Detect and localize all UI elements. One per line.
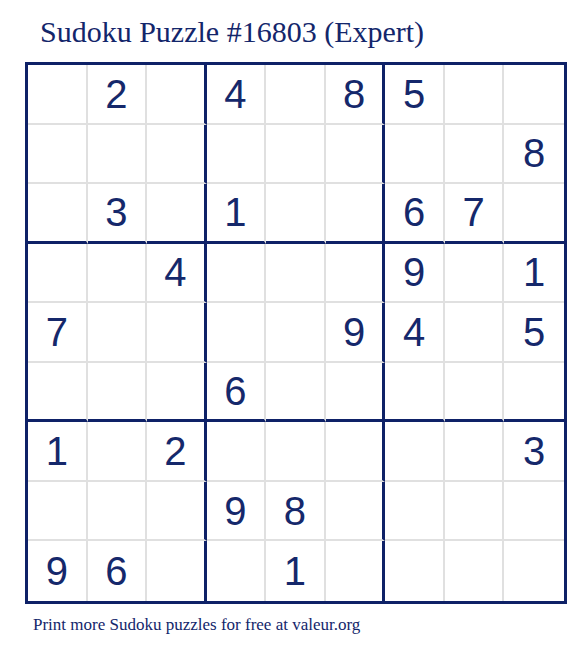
sudoku-cell [385,363,445,423]
sudoku-cell [445,482,505,542]
sudoku-cell [504,184,564,244]
sudoku-cell [28,125,88,185]
sudoku-cell [28,363,88,423]
sudoku-cell: 9 [207,482,267,542]
sudoku-cell [445,303,505,363]
sudoku-cell [28,244,88,304]
sudoku-cell: 9 [28,541,88,601]
sudoku-cell [147,125,207,185]
sudoku-cell [326,541,386,601]
sudoku-cell [385,125,445,185]
sudoku-cell [28,184,88,244]
sudoku-cell [266,244,326,304]
sudoku-cell [504,482,564,542]
sudoku-cell [266,65,326,125]
sudoku-cell [88,482,148,542]
sudoku-cell [445,244,505,304]
sudoku-cell [504,363,564,423]
sudoku-cell: 1 [266,541,326,601]
sudoku-cell [504,65,564,125]
sudoku-cell [88,125,148,185]
sudoku-cell: 1 [504,244,564,304]
footer-text: Print more Sudoku puzzles for free at va… [33,615,360,635]
sudoku-cell [326,244,386,304]
sudoku-cell [88,363,148,423]
sudoku-cell: 7 [28,303,88,363]
sudoku-cell [207,303,267,363]
sudoku-cell [147,303,207,363]
sudoku-cell [147,184,207,244]
sudoku-cell [28,65,88,125]
sudoku-board: 2 4 8 5 8 3 1 6 7 4 9 1 [25,62,567,604]
sudoku-cell: 9 [385,244,445,304]
sudoku-cell [445,125,505,185]
sudoku-cell [445,422,505,482]
sudoku-cell: 9 [326,303,386,363]
sudoku-cell [147,541,207,601]
sudoku-cell: 7 [445,184,505,244]
page-title: Sudoku Puzzle #16803 (Expert) [40,15,424,49]
sudoku-cell: 1 [28,422,88,482]
sudoku-cell [504,541,564,601]
sudoku-cell [147,363,207,423]
sudoku-cell: 8 [266,482,326,542]
sudoku-cell: 3 [504,422,564,482]
sudoku-cell [88,244,148,304]
sudoku-cell [385,482,445,542]
sudoku-cell [88,303,148,363]
sudoku-cell [326,125,386,185]
sudoku-cell [445,541,505,601]
sudoku-cell [147,65,207,125]
sudoku-cell [385,541,445,601]
sudoku-cell: 5 [504,303,564,363]
sudoku-cell: 4 [147,244,207,304]
sudoku-cell: 6 [385,184,445,244]
sudoku-cell [326,363,386,423]
sudoku-cell [326,482,386,542]
sudoku-cell: 2 [88,65,148,125]
sudoku-cell [445,65,505,125]
sudoku-cell [266,184,326,244]
sudoku-cell: 1 [207,184,267,244]
sudoku-cell [266,125,326,185]
sudoku-cell [207,541,267,601]
sudoku-cell [147,482,207,542]
sudoku-cell: 6 [207,363,267,423]
sudoku-cell: 4 [207,65,267,125]
sudoku-cell: 8 [504,125,564,185]
sudoku-page: Sudoku Puzzle #16803 (Expert) 2 4 8 5 8 … [0,0,580,651]
sudoku-cell: 5 [385,65,445,125]
sudoku-cell [326,422,386,482]
sudoku-cell [207,125,267,185]
sudoku-cell [326,184,386,244]
sudoku-cell [266,363,326,423]
sudoku-cell [385,422,445,482]
sudoku-cell [266,422,326,482]
sudoku-cell: 6 [88,541,148,601]
sudoku-cell [266,303,326,363]
sudoku-cell [445,363,505,423]
sudoku-cell: 8 [326,65,386,125]
sudoku-cell [28,482,88,542]
sudoku-cell: 2 [147,422,207,482]
sudoku-cell [207,244,267,304]
sudoku-cell: 4 [385,303,445,363]
sudoku-cell [88,422,148,482]
sudoku-cell [207,422,267,482]
sudoku-cell: 3 [88,184,148,244]
